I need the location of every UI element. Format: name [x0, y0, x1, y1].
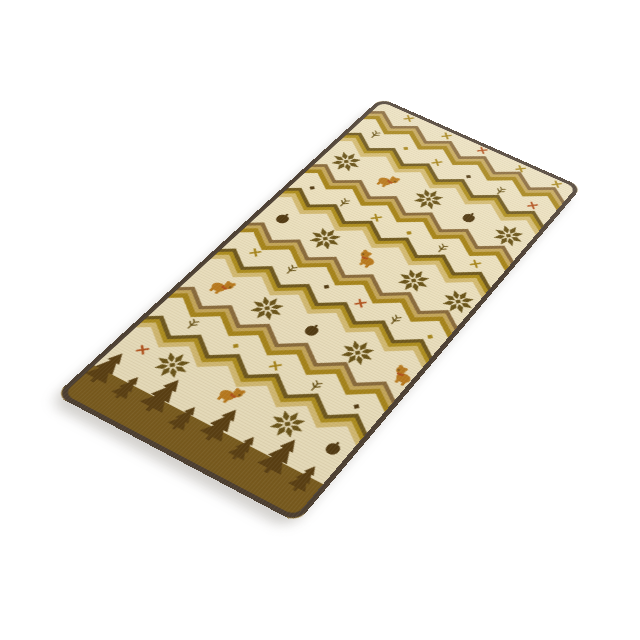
product-photo-scene: [0, 0, 640, 640]
rug-pattern: [55, 98, 582, 523]
rug: [55, 98, 582, 523]
